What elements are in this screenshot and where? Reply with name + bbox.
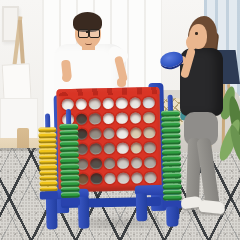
green-disc-rack-left	[59, 124, 80, 198]
board-hole	[144, 127, 156, 139]
board-foot	[46, 197, 58, 229]
board-hole	[117, 127, 129, 139]
thumbs-up-fist	[62, 74, 71, 82]
board-hole	[103, 113, 115, 125]
green-disc-rack-right	[161, 110, 182, 200]
board-hole	[117, 142, 129, 154]
board-hole	[103, 128, 115, 140]
glasses-lens	[89, 29, 100, 38]
board-hole	[75, 98, 87, 110]
board-hole	[89, 98, 101, 110]
green-disc	[60, 164, 79, 170]
board-hole	[143, 97, 155, 109]
board-hole	[131, 142, 143, 154]
board-hole	[116, 97, 128, 109]
green-disc	[161, 127, 180, 133]
rack-base	[40, 191, 58, 199]
board-hole	[117, 157, 129, 169]
glasses-bridge	[86, 31, 90, 33]
board-hole	[118, 172, 130, 184]
board-hole	[131, 172, 143, 184]
board-hole	[89, 113, 101, 125]
board-hole	[103, 143, 115, 155]
board-hole	[90, 143, 102, 155]
board-foot	[136, 193, 148, 221]
right-player-eye	[195, 32, 198, 35]
rack-foot	[166, 207, 178, 227]
board-hole	[116, 112, 128, 124]
connect-four-set	[34, 80, 189, 235]
rack-base	[61, 198, 80, 206]
board-hole	[145, 172, 157, 184]
board-hole	[104, 173, 116, 185]
hand-covering-mouth	[186, 35, 198, 50]
green-disc	[162, 172, 181, 178]
board-hole	[91, 173, 103, 185]
board-hole	[90, 158, 102, 170]
board-hole	[144, 142, 156, 154]
white-sneaker	[198, 200, 225, 215]
board-hole	[130, 127, 142, 139]
yellow-disc-rack	[38, 127, 57, 191]
board-hole	[131, 157, 143, 169]
left-player-hand-over-board	[117, 78, 126, 87]
board-hole	[130, 97, 142, 109]
board-hole	[104, 158, 116, 170]
board-hole	[143, 112, 155, 124]
board-hole	[144, 157, 156, 169]
board-hole	[130, 112, 142, 124]
left-player-smile	[85, 41, 92, 45]
scene-photo	[0, 0, 240, 240]
board-hole	[102, 98, 114, 110]
board-hole	[89, 128, 101, 140]
